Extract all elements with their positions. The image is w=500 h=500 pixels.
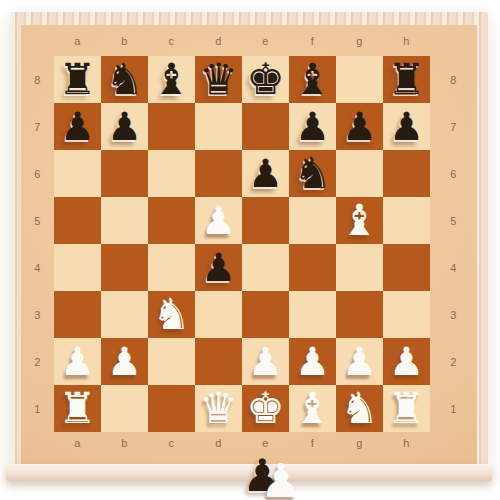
piece-white-pawn-h2[interactable]: ♟ (389, 342, 424, 381)
rank-label-right-6: 6 (430, 150, 477, 197)
file-label-bottom-h: h (383, 432, 430, 468)
piece-black-pawn-a7[interactable]: ♟ (60, 107, 95, 146)
square-c5[interactable] (148, 197, 195, 244)
square-e3[interactable] (242, 291, 289, 338)
piece-black-knight-b8[interactable]: ♞ (105, 58, 144, 101)
square-e5[interactable] (242, 197, 289, 244)
square-h1[interactable]: ♜ (383, 385, 430, 432)
square-e7[interactable] (242, 103, 289, 150)
square-g2[interactable]: ♟ (336, 338, 383, 385)
rank-label-left-4: 4 (21, 244, 54, 291)
square-g1[interactable]: ♞ (336, 385, 383, 432)
square-a8[interactable]: ♜ (54, 56, 101, 103)
square-f2[interactable]: ♟ (289, 338, 336, 385)
square-g4[interactable] (336, 244, 383, 291)
corner-bottom-right (430, 432, 477, 468)
rank-label-right-4: 4 (430, 244, 477, 291)
square-c3[interactable]: ♞ (148, 291, 195, 338)
piece-white-rook-h1[interactable]: ♜ (387, 387, 426, 430)
piece-black-bishop-f8[interactable]: ♝ (293, 58, 332, 101)
piece-black-queen-d8[interactable]: ♛ (199, 58, 238, 101)
square-g7[interactable]: ♟ (336, 103, 383, 150)
square-f6[interactable]: ♞ (289, 150, 336, 197)
file-label-bottom-b: b (101, 432, 148, 468)
square-d5[interactable]: ♟ (195, 197, 242, 244)
piece-white-pawn-f2[interactable]: ♟ (295, 342, 330, 381)
rank-label-right-2: 2 (430, 338, 477, 385)
file-label-top-d: d (195, 25, 242, 56)
square-d7[interactable] (195, 103, 242, 150)
square-h7[interactable]: ♟ (383, 103, 430, 150)
rank-label-left-8: 8 (21, 56, 54, 103)
file-label-bottom-c: c (148, 432, 195, 468)
piece-white-king-e1[interactable]: ♚ (246, 387, 285, 430)
square-a1[interactable]: ♜ (54, 385, 101, 432)
square-c1[interactable] (148, 385, 195, 432)
square-b3[interactable] (101, 291, 148, 338)
file-label-top-b: b (101, 25, 148, 56)
square-b7[interactable]: ♟ (101, 103, 148, 150)
square-f7[interactable]: ♟ (289, 103, 336, 150)
square-b2[interactable]: ♟ (101, 338, 148, 385)
piece-white-bishop-f1[interactable]: ♝ (293, 387, 332, 430)
piece-black-pawn-f7[interactable]: ♟ (295, 107, 330, 146)
demonstration-chess-board: abcdefgh8♜♞♝♛♚♝♜87♟♟♟♟♟76♟♞65♟♝54♟43♞32♟… (10, 12, 488, 500)
corner-top-right (430, 25, 477, 56)
square-a5[interactable] (54, 197, 101, 244)
piece-white-pawn-g2[interactable]: ♟ (342, 342, 377, 381)
rank-label-right-7: 7 (430, 103, 477, 150)
piece-black-bishop-c8[interactable]: ♝ (152, 58, 191, 101)
file-label-bottom-a: a (54, 432, 101, 468)
piece-black-pawn-b7[interactable]: ♟ (107, 107, 142, 146)
square-g8[interactable] (336, 56, 383, 103)
piece-black-rook-h8[interactable]: ♜ (387, 58, 426, 101)
piece-black-pawn-e6[interactable]: ♟ (248, 154, 283, 193)
piece-white-knight-g1[interactable]: ♞ (340, 387, 379, 430)
file-label-top-h: h (383, 25, 430, 56)
piece-black-pawn-g7[interactable]: ♟ (342, 107, 377, 146)
square-c8[interactable]: ♝ (148, 56, 195, 103)
square-b4[interactable] (101, 244, 148, 291)
piece-white-queen-d1[interactable]: ♛ (199, 387, 238, 430)
file-label-bottom-d: d (195, 432, 242, 468)
square-c6[interactable] (148, 150, 195, 197)
file-label-top-a: a (54, 25, 101, 56)
rank-label-right-3: 3 (430, 291, 477, 338)
piece-white-knight-c3[interactable]: ♞ (152, 293, 191, 336)
rank-label-left-2: 2 (21, 338, 54, 385)
piece-black-rook-a8[interactable]: ♜ (58, 58, 97, 101)
file-label-top-e: e (242, 25, 289, 56)
square-b1[interactable] (101, 385, 148, 432)
square-c7[interactable] (148, 103, 195, 150)
file-label-top-c: c (148, 25, 195, 56)
square-h8[interactable]: ♜ (383, 56, 430, 103)
square-d6[interactable] (195, 150, 242, 197)
piece-black-king-e8[interactable]: ♚ (246, 58, 285, 101)
rank-label-left-1: 1 (21, 385, 54, 432)
piece-white-pawn-e2[interactable]: ♟ (248, 342, 283, 381)
square-f4[interactable] (289, 244, 336, 291)
captured-white-pawn[interactable]: ♟ (260, 457, 302, 500)
square-b5[interactable] (101, 197, 148, 244)
square-g5[interactable]: ♝ (336, 197, 383, 244)
square-d1[interactable]: ♛ (195, 385, 242, 432)
board-face: abcdefgh8♜♞♝♛♚♝♜87♟♟♟♟♟76♟♞65♟♝54♟43♞32♟… (21, 25, 477, 468)
square-g3[interactable] (336, 291, 383, 338)
piece-white-pawn-b2[interactable]: ♟ (107, 342, 142, 381)
square-h2[interactable]: ♟ (383, 338, 430, 385)
rank-label-right-5: 5 (430, 197, 477, 244)
file-label-top-f: f (289, 25, 336, 56)
square-d2[interactable] (195, 338, 242, 385)
square-e8[interactable]: ♚ (242, 56, 289, 103)
square-b8[interactable]: ♞ (101, 56, 148, 103)
square-h5[interactable] (383, 197, 430, 244)
square-a2[interactable]: ♟ (54, 338, 101, 385)
square-e2[interactable]: ♟ (242, 338, 289, 385)
rank-label-right-8: 8 (430, 56, 477, 103)
piece-white-rook-a1[interactable]: ♜ (58, 387, 97, 430)
square-e6[interactable]: ♟ (242, 150, 289, 197)
rank-label-left-5: 5 (21, 197, 54, 244)
square-c2[interactable] (148, 338, 195, 385)
square-d4[interactable]: ♟ (195, 244, 242, 291)
square-g6[interactable] (336, 150, 383, 197)
square-f3[interactable] (289, 291, 336, 338)
rank-label-left-7: 7 (21, 103, 54, 150)
piece-black-pawn-d4[interactable]: ♟ (201, 248, 236, 287)
square-f5[interactable] (289, 197, 336, 244)
piece-white-pawn-a2[interactable]: ♟ (60, 342, 95, 381)
square-e1[interactable]: ♚ (242, 385, 289, 432)
square-h6[interactable] (383, 150, 430, 197)
square-e4[interactable] (242, 244, 289, 291)
corner-bottom-left (21, 432, 54, 468)
square-f1[interactable]: ♝ (289, 385, 336, 432)
rank-label-right-1: 1 (430, 385, 477, 432)
file-label-top-g: g (336, 25, 383, 56)
square-d8[interactable]: ♛ (195, 56, 242, 103)
square-a7[interactable]: ♟ (54, 103, 101, 150)
square-b6[interactable] (101, 150, 148, 197)
square-c4[interactable] (148, 244, 195, 291)
square-d3[interactable] (195, 291, 242, 338)
chess-board-grid: abcdefgh8♜♞♝♛♚♝♜87♟♟♟♟♟76♟♞65♟♝54♟43♞32♟… (21, 25, 477, 468)
corner-top-left (21, 25, 54, 56)
square-h3[interactable] (383, 291, 430, 338)
piece-white-pawn-d5[interactable]: ♟ (201, 201, 236, 240)
square-a3[interactable] (54, 291, 101, 338)
rank-label-left-6: 6 (21, 150, 54, 197)
rank-label-left-3: 3 (21, 291, 54, 338)
piece-black-pawn-h7[interactable]: ♟ (389, 107, 424, 146)
square-h4[interactable] (383, 244, 430, 291)
square-a6[interactable] (54, 150, 101, 197)
square-a4[interactable] (54, 244, 101, 291)
piece-white-bishop-g5[interactable]: ♝ (340, 199, 379, 242)
file-label-bottom-g: g (336, 432, 383, 468)
square-f8[interactable]: ♝ (289, 56, 336, 103)
piece-black-knight-f6[interactable]: ♞ (293, 152, 332, 195)
